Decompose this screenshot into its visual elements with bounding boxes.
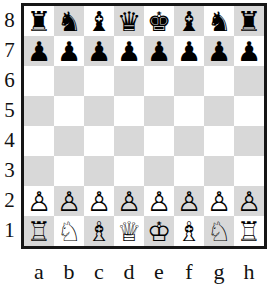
piece-white-bishop[interactable]: ♗	[174, 216, 204, 246]
square-g4[interactable]	[204, 126, 234, 156]
square-b7[interactable]: ♟	[54, 36, 84, 66]
square-c5[interactable]	[84, 96, 114, 126]
square-d2[interactable]: ♙	[114, 186, 144, 216]
square-h3[interactable]	[234, 156, 264, 186]
piece-white-rook[interactable]: ♖	[24, 216, 54, 246]
piece-black-knight[interactable]: ♞	[204, 6, 234, 36]
square-h5[interactable]	[234, 96, 264, 126]
chess-diagram: 87654321 ♜♞♝♛♚♝♞♜♟♟♟♟♟♟♟♟♙♙♙♙♙♙♙♙♖♘♗♕♔♗♘…	[0, 0, 267, 290]
square-c8[interactable]: ♝	[84, 6, 114, 36]
square-h6[interactable]	[234, 66, 264, 96]
piece-black-pawn[interactable]: ♟	[24, 36, 54, 66]
square-b8[interactable]: ♞	[54, 6, 84, 36]
square-a1[interactable]: ♖	[24, 216, 54, 246]
square-b5[interactable]	[54, 96, 84, 126]
square-f7[interactable]: ♟	[174, 36, 204, 66]
square-a2[interactable]: ♙	[24, 186, 54, 216]
square-c4[interactable]	[84, 126, 114, 156]
rank-label-4: 4	[0, 125, 19, 155]
square-h1[interactable]: ♖	[234, 216, 264, 246]
rank-label-7: 7	[0, 35, 19, 65]
square-e7[interactable]: ♟	[144, 36, 174, 66]
rank-labels: 87654321	[0, 5, 19, 245]
piece-black-pawn[interactable]: ♟	[204, 36, 234, 66]
square-c3[interactable]	[84, 156, 114, 186]
piece-white-knight[interactable]: ♘	[54, 216, 84, 246]
file-label-f: f	[174, 256, 204, 288]
piece-white-knight[interactable]: ♘	[204, 216, 234, 246]
piece-black-rook[interactable]: ♜	[234, 6, 264, 36]
file-label-b: b	[54, 256, 84, 288]
piece-black-rook[interactable]: ♜	[24, 6, 54, 36]
square-f4[interactable]	[174, 126, 204, 156]
square-f3[interactable]	[174, 156, 204, 186]
square-a7[interactable]: ♟	[24, 36, 54, 66]
square-b1[interactable]: ♘	[54, 216, 84, 246]
file-label-h: h	[234, 256, 264, 288]
piece-black-knight[interactable]: ♞	[54, 6, 84, 36]
square-a3[interactable]	[24, 156, 54, 186]
file-labels: abcdefgh	[24, 256, 264, 288]
chess-board[interactable]: ♜♞♝♛♚♝♞♜♟♟♟♟♟♟♟♟♙♙♙♙♙♙♙♙♖♘♗♕♔♗♘♖	[21, 3, 267, 249]
piece-white-pawn[interactable]: ♙	[234, 186, 264, 216]
square-g7[interactable]: ♟	[204, 36, 234, 66]
square-d5[interactable]	[114, 96, 144, 126]
file-label-c: c	[84, 256, 114, 288]
square-g5[interactable]	[204, 96, 234, 126]
square-d3[interactable]	[114, 156, 144, 186]
piece-black-pawn[interactable]: ♟	[234, 36, 264, 66]
square-e8[interactable]: ♚	[144, 6, 174, 36]
square-a4[interactable]	[24, 126, 54, 156]
square-c2[interactable]: ♙	[84, 186, 114, 216]
square-d7[interactable]: ♟	[114, 36, 144, 66]
file-label-d: d	[114, 256, 144, 288]
piece-black-pawn[interactable]: ♟	[54, 36, 84, 66]
square-d6[interactable]	[114, 66, 144, 96]
square-f2[interactable]: ♙	[174, 186, 204, 216]
square-d4[interactable]	[114, 126, 144, 156]
piece-white-bishop[interactable]: ♗	[84, 216, 114, 246]
square-e3[interactable]	[144, 156, 174, 186]
square-b2[interactable]: ♙	[54, 186, 84, 216]
file-label-g: g	[204, 256, 234, 288]
piece-white-pawn[interactable]: ♙	[24, 186, 54, 216]
square-g3[interactable]	[204, 156, 234, 186]
file-label-e: e	[144, 256, 174, 288]
square-f5[interactable]	[174, 96, 204, 126]
piece-black-queen[interactable]: ♛	[114, 6, 144, 36]
square-h7[interactable]: ♟	[234, 36, 264, 66]
piece-white-rook[interactable]: ♖	[234, 216, 264, 246]
piece-black-bishop[interactable]: ♝	[84, 6, 114, 36]
square-a8[interactable]: ♜	[24, 6, 54, 36]
piece-white-pawn[interactable]: ♙	[144, 186, 174, 216]
piece-black-pawn[interactable]: ♟	[114, 36, 144, 66]
square-e6[interactable]	[144, 66, 174, 96]
square-g6[interactable]	[204, 66, 234, 96]
rank-label-8: 8	[0, 5, 19, 35]
square-h8[interactable]: ♜	[234, 6, 264, 36]
piece-white-pawn[interactable]: ♙	[114, 186, 144, 216]
rank-label-5: 5	[0, 95, 19, 125]
piece-white-king[interactable]: ♔	[144, 216, 174, 246]
piece-white-queen[interactable]: ♕	[114, 216, 144, 246]
piece-black-bishop[interactable]: ♝	[174, 6, 204, 36]
square-g2[interactable]: ♙	[204, 186, 234, 216]
square-h2[interactable]: ♙	[234, 186, 264, 216]
piece-black-pawn[interactable]: ♟	[84, 36, 114, 66]
rank-label-2: 2	[0, 185, 19, 215]
square-c7[interactable]: ♟	[84, 36, 114, 66]
square-b4[interactable]	[54, 126, 84, 156]
square-f8[interactable]: ♝	[174, 6, 204, 36]
square-e1[interactable]: ♔	[144, 216, 174, 246]
square-c1[interactable]: ♗	[84, 216, 114, 246]
square-c6[interactable]	[84, 66, 114, 96]
file-label-a: a	[24, 256, 54, 288]
piece-white-pawn[interactable]: ♙	[54, 186, 84, 216]
square-f1[interactable]: ♗	[174, 216, 204, 246]
rank-label-6: 6	[0, 65, 19, 95]
piece-white-pawn[interactable]: ♙	[84, 186, 114, 216]
piece-white-pawn[interactable]: ♙	[174, 186, 204, 216]
square-e5[interactable]	[144, 96, 174, 126]
piece-black-pawn[interactable]: ♟	[174, 36, 204, 66]
square-f6[interactable]	[174, 66, 204, 96]
square-h4[interactable]	[234, 126, 264, 156]
piece-white-pawn[interactable]: ♙	[204, 186, 234, 216]
piece-black-pawn[interactable]: ♟	[144, 36, 174, 66]
square-e4[interactable]	[144, 126, 174, 156]
square-a6[interactable]	[24, 66, 54, 96]
rank-label-1: 1	[0, 215, 19, 245]
square-a5[interactable]	[24, 96, 54, 126]
square-e2[interactable]: ♙	[144, 186, 174, 216]
square-d8[interactable]: ♛	[114, 6, 144, 36]
rank-label-3: 3	[0, 155, 19, 185]
square-b3[interactable]	[54, 156, 84, 186]
square-b6[interactable]	[54, 66, 84, 96]
square-d1[interactable]: ♕	[114, 216, 144, 246]
square-g8[interactable]: ♞	[204, 6, 234, 36]
square-g1[interactable]: ♘	[204, 216, 234, 246]
piece-black-king[interactable]: ♚	[144, 6, 174, 36]
